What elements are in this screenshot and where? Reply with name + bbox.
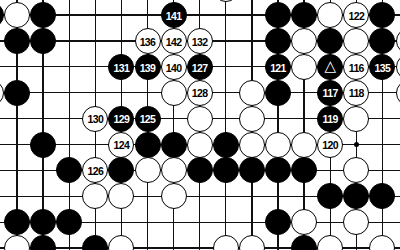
white-stone-132: 132 xyxy=(187,28,213,54)
black-stone xyxy=(30,132,56,158)
white-stone xyxy=(343,157,369,183)
black-stone xyxy=(161,132,187,158)
white-stone xyxy=(317,235,343,250)
move-number: 118 xyxy=(349,88,364,99)
white-stone xyxy=(291,54,317,80)
black-stone xyxy=(30,2,56,28)
white-stone-124: 124 xyxy=(108,132,134,158)
black-stone xyxy=(56,209,82,235)
white-stone xyxy=(343,209,369,235)
white-stone xyxy=(108,235,134,250)
black-stone xyxy=(291,235,317,250)
black-stone-117: 117 xyxy=(317,80,343,106)
black-stone xyxy=(30,28,56,54)
white-stone xyxy=(213,235,239,250)
black-stone xyxy=(265,80,291,106)
white-stone xyxy=(239,132,265,158)
move-number: 132 xyxy=(192,36,208,47)
go-board: 141122136142132131139140127121△116135128… xyxy=(0,0,400,250)
white-stone xyxy=(161,183,187,209)
black-stone xyxy=(213,157,239,183)
black-stone xyxy=(30,235,56,250)
black-stone xyxy=(291,157,317,183)
move-number: 128 xyxy=(192,88,208,99)
black-stone xyxy=(317,183,343,209)
black-stone-129: 129 xyxy=(108,106,134,132)
white-stone-140: 140 xyxy=(161,54,187,80)
move-number: 136 xyxy=(140,36,156,47)
white-stone xyxy=(317,2,343,28)
black-stone xyxy=(369,183,395,209)
black-stone xyxy=(82,235,108,250)
black-stone xyxy=(187,157,213,183)
black-stone xyxy=(30,209,56,235)
triangle-mark-icon: △ xyxy=(324,58,336,73)
white-stone xyxy=(4,235,30,250)
move-number: 131 xyxy=(114,62,130,73)
black-stone xyxy=(343,183,369,209)
white-stone-116: 116 xyxy=(343,54,369,80)
white-stone xyxy=(135,157,161,183)
white-stone-130: 130 xyxy=(82,106,108,132)
white-stone xyxy=(396,80,400,106)
move-number: 120 xyxy=(322,140,338,151)
grid-line-vertical xyxy=(225,0,226,250)
black-stone-135: 135 xyxy=(369,54,395,80)
white-stone xyxy=(161,80,187,106)
white-stone xyxy=(161,157,187,183)
black-stone-131: 131 xyxy=(108,54,134,80)
move-number: 129 xyxy=(114,114,130,125)
white-stone xyxy=(291,132,317,158)
white-stone-136: 136 xyxy=(135,28,161,54)
white-stone xyxy=(396,28,400,54)
move-number: 116 xyxy=(349,62,364,73)
white-stone xyxy=(239,106,265,132)
move-number: 127 xyxy=(192,62,208,73)
move-number: 142 xyxy=(166,36,182,47)
black-stone-127: 127 xyxy=(187,54,213,80)
white-stone xyxy=(187,106,213,132)
white-stone xyxy=(265,132,291,158)
black-stone xyxy=(291,2,317,28)
move-number: 122 xyxy=(348,10,364,21)
white-stone-122: 122 xyxy=(343,2,369,28)
white-stone xyxy=(369,235,395,250)
black-stone-119: 119 xyxy=(317,106,343,132)
white-stone xyxy=(343,106,369,132)
black-stone xyxy=(369,28,395,54)
black-stone xyxy=(265,28,291,54)
star-point xyxy=(354,142,359,147)
move-number: 125 xyxy=(140,114,156,125)
black-stone xyxy=(4,80,30,106)
white-stone xyxy=(343,28,369,54)
move-number: 139 xyxy=(140,62,156,73)
black-stone-triangle-marked: △ xyxy=(317,54,343,80)
white-stone xyxy=(4,2,30,28)
white-stone-120: 120 xyxy=(317,132,343,158)
move-number: 117 xyxy=(323,88,338,99)
white-stone xyxy=(213,0,239,2)
black-stone xyxy=(213,132,239,158)
white-stone xyxy=(82,183,108,209)
black-stone xyxy=(265,209,291,235)
black-stone xyxy=(265,2,291,28)
black-stone xyxy=(317,28,343,54)
white-stone xyxy=(291,28,317,54)
move-number: 124 xyxy=(114,140,130,151)
black-stone-125: 125 xyxy=(135,106,161,132)
white-stone xyxy=(108,183,134,209)
black-stone xyxy=(369,2,395,28)
move-number: 126 xyxy=(87,166,103,177)
white-stone xyxy=(239,235,265,250)
black-stone xyxy=(239,157,265,183)
white-stone-128: 128 xyxy=(187,80,213,106)
white-stone xyxy=(291,209,317,235)
black-stone xyxy=(56,157,82,183)
white-stone xyxy=(396,54,400,80)
move-number: 135 xyxy=(375,62,391,73)
move-number: 140 xyxy=(166,62,182,73)
move-number: 121 xyxy=(270,62,286,73)
black-stone xyxy=(135,132,161,158)
black-stone-139: 139 xyxy=(135,54,161,80)
white-stone-142: 142 xyxy=(161,28,187,54)
white-stone xyxy=(187,132,213,158)
black-stone xyxy=(108,157,134,183)
move-number: 119 xyxy=(323,114,338,125)
black-stone-121: 121 xyxy=(265,54,291,80)
white-stone xyxy=(239,80,265,106)
black-stone xyxy=(265,157,291,183)
white-stone-126: 126 xyxy=(82,157,108,183)
black-stone xyxy=(4,209,30,235)
move-number: 130 xyxy=(87,114,103,125)
move-number: 141 xyxy=(166,10,182,21)
black-stone-141: 141 xyxy=(161,2,187,28)
white-stone-118: 118 xyxy=(343,80,369,106)
black-stone xyxy=(4,28,30,54)
